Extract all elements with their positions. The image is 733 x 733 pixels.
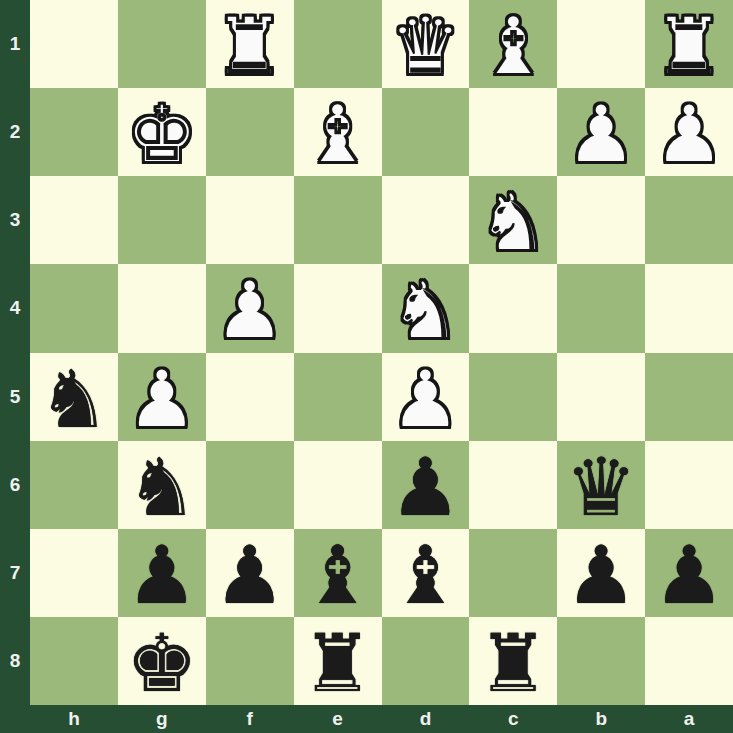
square-d1[interactable]: ♛ xyxy=(382,0,470,88)
square-g1[interactable] xyxy=(118,0,206,88)
black-pawn[interactable]: ♟ xyxy=(565,536,637,616)
square-f4[interactable]: ♟ xyxy=(206,264,294,352)
white-pawn[interactable]: ♟ xyxy=(565,95,637,175)
square-c4[interactable] xyxy=(469,264,557,352)
square-b5[interactable] xyxy=(557,353,645,441)
board-corner xyxy=(0,705,30,733)
chess-board: 1♜♛♝♜2♚♝♟♟3♞4♟♞5♞♟♟6♞♟♛7♟♟♝♝♟♟8♚♜♜hgfedc… xyxy=(0,0,733,733)
white-knight[interactable]: ♞ xyxy=(477,183,549,263)
square-d6[interactable]: ♟ xyxy=(382,441,470,529)
square-b1[interactable] xyxy=(557,0,645,88)
square-b4[interactable] xyxy=(557,264,645,352)
square-g8[interactable]: ♚ xyxy=(118,617,206,705)
square-h8[interactable] xyxy=(30,617,118,705)
square-b2[interactable]: ♟ xyxy=(557,88,645,176)
black-pawn[interactable]: ♟ xyxy=(126,536,198,616)
square-a2[interactable]: ♟ xyxy=(645,88,733,176)
square-a6[interactable] xyxy=(645,441,733,529)
black-king[interactable]: ♚ xyxy=(126,624,198,704)
square-e7[interactable]: ♝ xyxy=(294,529,382,617)
rank-label-6: 6 xyxy=(0,441,30,529)
square-b8[interactable] xyxy=(557,617,645,705)
rank-label-5: 5 xyxy=(0,353,30,441)
square-d5[interactable]: ♟ xyxy=(382,353,470,441)
white-knight[interactable]: ♞ xyxy=(390,271,462,351)
rank-label-7: 7 xyxy=(0,529,30,617)
file-label-c: c xyxy=(469,705,557,733)
square-e6[interactable] xyxy=(294,441,382,529)
white-pawn[interactable]: ♟ xyxy=(653,95,725,175)
square-h5[interactable]: ♞ xyxy=(30,353,118,441)
rank-label-1: 1 xyxy=(0,0,30,88)
white-bishop[interactable]: ♝ xyxy=(302,95,374,175)
white-pawn[interactable]: ♟ xyxy=(390,360,462,440)
square-e1[interactable] xyxy=(294,0,382,88)
square-b3[interactable] xyxy=(557,176,645,264)
square-h3[interactable] xyxy=(30,176,118,264)
square-b6[interactable]: ♛ xyxy=(557,441,645,529)
square-h1[interactable] xyxy=(30,0,118,88)
square-f1[interactable]: ♜ xyxy=(206,0,294,88)
square-e5[interactable] xyxy=(294,353,382,441)
square-a8[interactable] xyxy=(645,617,733,705)
black-queen[interactable]: ♛ xyxy=(565,448,637,528)
square-f5[interactable] xyxy=(206,353,294,441)
square-h2[interactable] xyxy=(30,88,118,176)
black-bishop[interactable]: ♝ xyxy=(390,536,462,616)
square-a1[interactable]: ♜ xyxy=(645,0,733,88)
square-e3[interactable] xyxy=(294,176,382,264)
file-label-g: g xyxy=(118,705,206,733)
square-a5[interactable] xyxy=(645,353,733,441)
square-d8[interactable] xyxy=(382,617,470,705)
square-c5[interactable] xyxy=(469,353,557,441)
square-c3[interactable]: ♞ xyxy=(469,176,557,264)
square-e8[interactable]: ♜ xyxy=(294,617,382,705)
rank-label-4: 4 xyxy=(0,264,30,352)
square-d4[interactable]: ♞ xyxy=(382,264,470,352)
square-c8[interactable]: ♜ xyxy=(469,617,557,705)
file-label-d: d xyxy=(382,705,470,733)
square-g4[interactable] xyxy=(118,264,206,352)
square-f3[interactable] xyxy=(206,176,294,264)
file-label-h: h xyxy=(30,705,118,733)
square-a7[interactable]: ♟ xyxy=(645,529,733,617)
square-c1[interactable]: ♝ xyxy=(469,0,557,88)
file-label-f: f xyxy=(206,705,294,733)
square-g5[interactable]: ♟ xyxy=(118,353,206,441)
square-d7[interactable]: ♝ xyxy=(382,529,470,617)
square-g6[interactable]: ♞ xyxy=(118,441,206,529)
square-c7[interactable] xyxy=(469,529,557,617)
black-bishop[interactable]: ♝ xyxy=(302,536,374,616)
square-c2[interactable] xyxy=(469,88,557,176)
white-bishop[interactable]: ♝ xyxy=(477,7,549,87)
black-pawn[interactable]: ♟ xyxy=(653,536,725,616)
square-c6[interactable] xyxy=(469,441,557,529)
white-pawn[interactable]: ♟ xyxy=(126,360,198,440)
white-rook[interactable]: ♜ xyxy=(653,7,725,87)
black-rook[interactable]: ♜ xyxy=(302,624,374,704)
square-f6[interactable] xyxy=(206,441,294,529)
black-pawn[interactable]: ♟ xyxy=(390,448,462,528)
white-king[interactable]: ♚ xyxy=(126,95,198,175)
black-rook[interactable]: ♜ xyxy=(477,624,549,704)
square-e4[interactable] xyxy=(294,264,382,352)
file-label-b: b xyxy=(557,705,645,733)
square-g7[interactable]: ♟ xyxy=(118,529,206,617)
rank-label-3: 3 xyxy=(0,176,30,264)
square-h6[interactable] xyxy=(30,441,118,529)
white-pawn[interactable]: ♟ xyxy=(214,271,286,351)
square-f7[interactable]: ♟ xyxy=(206,529,294,617)
square-h4[interactable] xyxy=(30,264,118,352)
black-knight[interactable]: ♞ xyxy=(126,448,198,528)
square-b7[interactable]: ♟ xyxy=(557,529,645,617)
white-queen[interactable]: ♛ xyxy=(390,7,462,87)
square-g2[interactable]: ♚ xyxy=(118,88,206,176)
square-e2[interactable]: ♝ xyxy=(294,88,382,176)
black-pawn[interactable]: ♟ xyxy=(214,536,286,616)
square-a4[interactable] xyxy=(645,264,733,352)
square-g3[interactable] xyxy=(118,176,206,264)
square-f2[interactable] xyxy=(206,88,294,176)
square-d3[interactable] xyxy=(382,176,470,264)
white-rook[interactable]: ♜ xyxy=(214,7,286,87)
square-a3[interactable] xyxy=(645,176,733,264)
rank-label-8: 8 xyxy=(0,617,30,705)
square-f8[interactable] xyxy=(206,617,294,705)
file-label-e: e xyxy=(294,705,382,733)
rank-label-2: 2 xyxy=(0,88,30,176)
square-h7[interactable] xyxy=(30,529,118,617)
square-d2[interactable] xyxy=(382,88,470,176)
black-knight[interactable]: ♞ xyxy=(38,360,110,440)
file-label-a: a xyxy=(645,705,733,733)
